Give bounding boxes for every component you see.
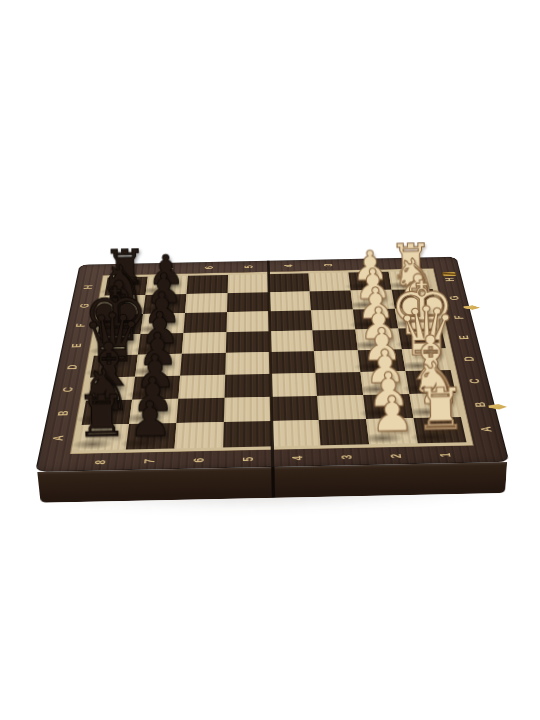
- rank-label-back-5: 5: [235, 258, 261, 276]
- piece-white-rook-a1: ♜: [414, 380, 466, 438]
- square-g4: [269, 291, 311, 311]
- piece-black-rook-a8: ♜: [75, 387, 127, 445]
- rank-label-back-6: 6: [195, 259, 221, 277]
- rank-label-back-1: 1: [393, 254, 422, 272]
- square-h5: [228, 274, 269, 293]
- rank-label-back-3: 3: [314, 256, 341, 274]
- square-b6: [176, 398, 224, 423]
- square-f4: [269, 310, 312, 331]
- piece-white-pawn-a2: ♟: [370, 390, 414, 439]
- square-g3: [310, 291, 353, 311]
- piece-black-pawn-a7: ♟: [128, 395, 172, 444]
- file-label-left-h: H: [66, 281, 109, 293]
- square-a4: [271, 420, 320, 446]
- file-label-right-h: H: [428, 273, 471, 285]
- chess-board: ♜♟♟♜♞♟♟♞♝♟♟♝♚♟♟♚♛♟♟♛♝♟♟♝♞♟♟♞♜♟♟♜ HGFEDCB…: [35, 257, 509, 472]
- rank-label-back-2: 2: [354, 255, 382, 273]
- square-c3: [315, 372, 363, 396]
- product-photo: ♜♟♟♜♞♟♟♞♝♟♟♝♚♟♟♚♛♟♟♛♝♟♟♝♞♟♟♞♜♟♟♜ HGFEDCB…: [0, 0, 540, 720]
- square-a6: [174, 422, 223, 448]
- square-e4: [269, 330, 313, 352]
- square-c4: [270, 373, 317, 397]
- rank-label-back-4: 4: [275, 257, 301, 275]
- square-c6: [178, 375, 225, 399]
- board-tilt-wrapper: ♜♟♟♜♞♟♟♞♝♟♟♝♚♟♟♚♛♟♟♛♝♟♟♝♞♟♟♞♜♟♟♜ HGFEDCB…: [0, 0, 540, 720]
- square-a3: [319, 419, 369, 445]
- square-a7: ♟: [126, 423, 177, 450]
- square-d5: [225, 352, 270, 375]
- scene: ♜♟♟♜♞♟♟♞♝♟♟♝♚♟♟♚♛♟♟♛♝♟♟♝♞♟♟♞♜♟♟♜ HGFEDCB…: [55, 138, 484, 567]
- square-g5: [227, 292, 269, 312]
- square-d4: [270, 351, 316, 374]
- square-b5: [224, 397, 271, 422]
- square-a8: ♜: [77, 424, 129, 451]
- square-a2: ♟: [366, 418, 418, 444]
- square-b3: [317, 395, 366, 420]
- square-e6: [182, 332, 227, 354]
- square-h6: [187, 275, 229, 294]
- square-a5: [223, 421, 272, 447]
- square-g6: [185, 293, 228, 313]
- square-e5: [226, 331, 270, 353]
- rank-label-back-8: 8: [115, 260, 143, 278]
- square-h4: [268, 273, 309, 292]
- rank-label-back-7: 7: [155, 259, 182, 277]
- square-a1: ♜: [414, 417, 467, 443]
- square-d3: [314, 350, 361, 373]
- square-b4: [271, 396, 319, 421]
- square-d6: [180, 353, 226, 376]
- front-face-seam: [271, 467, 275, 498]
- square-c5: [225, 374, 271, 398]
- square-e3: [312, 329, 357, 351]
